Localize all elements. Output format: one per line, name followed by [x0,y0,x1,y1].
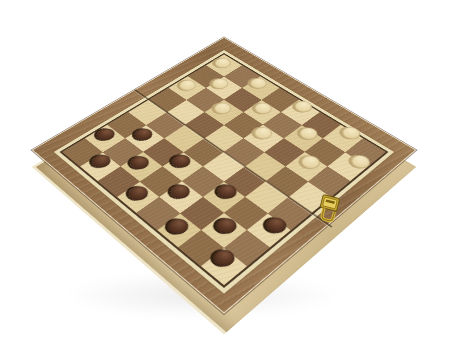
brass-clasp [312,189,356,229]
checkerboard-grid [62,54,385,285]
checkerboard [60,53,389,288]
product-photo-scene [0,0,450,338]
brass-clasp-icon [312,189,356,229]
